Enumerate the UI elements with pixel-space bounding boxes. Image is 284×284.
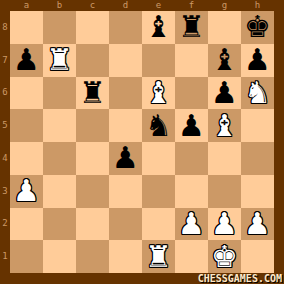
square-c4[interactable] [76, 142, 109, 175]
square-d8[interactable] [109, 11, 142, 44]
square-c2[interactable] [76, 208, 109, 241]
square-c8[interactable] [76, 11, 109, 44]
square-g4[interactable] [208, 142, 241, 175]
square-g1[interactable]: ♚ [208, 240, 241, 273]
square-h6[interactable]: ♞ [241, 77, 274, 110]
square-e2[interactable] [142, 208, 175, 241]
square-c3[interactable] [76, 175, 109, 208]
black-pawn: ♟ [112, 143, 139, 173]
square-d4[interactable]: ♟ [109, 142, 142, 175]
rank-label-5: 5 [0, 109, 10, 142]
square-b1[interactable] [43, 240, 76, 273]
square-f7[interactable] [175, 44, 208, 77]
file-labels: abcdefgh [10, 0, 274, 11]
square-a4[interactable] [10, 142, 43, 175]
square-f6[interactable] [175, 77, 208, 110]
square-b6[interactable] [43, 77, 76, 110]
square-a6[interactable] [10, 77, 43, 110]
square-a2[interactable] [10, 208, 43, 241]
square-c6[interactable]: ♜ [76, 77, 109, 110]
square-f4[interactable] [175, 142, 208, 175]
square-b3[interactable] [43, 175, 76, 208]
square-h7[interactable]: ♟ [241, 44, 274, 77]
file-label-d: d [109, 0, 142, 11]
square-a5[interactable] [10, 109, 43, 142]
square-a8[interactable] [10, 11, 43, 44]
square-d6[interactable] [109, 77, 142, 110]
square-h4[interactable] [241, 142, 274, 175]
square-d7[interactable] [109, 44, 142, 77]
square-f8[interactable]: ♜ [175, 11, 208, 44]
file-label-a: a [10, 0, 43, 11]
square-b4[interactable] [43, 142, 76, 175]
square-g8[interactable] [208, 11, 241, 44]
chess-diagram: abcdefgh 87654321 ♝♜♚♟♜♝♟♜♝♟♞♞♟♝♟♟♟♟♟♜♚ … [0, 0, 284, 284]
rank-label-8: 8 [0, 11, 10, 44]
square-f3[interactable] [175, 175, 208, 208]
square-d5[interactable] [109, 109, 142, 142]
white-rook: ♜ [145, 242, 172, 272]
black-rook: ♜ [79, 78, 106, 108]
square-e8[interactable]: ♝ [142, 11, 175, 44]
square-g5[interactable]: ♝ [208, 109, 241, 142]
square-h8[interactable]: ♚ [241, 11, 274, 44]
square-g2[interactable]: ♟ [208, 208, 241, 241]
black-rook: ♜ [178, 12, 205, 42]
black-knight: ♞ [145, 111, 172, 141]
square-h2[interactable]: ♟ [241, 208, 274, 241]
rank-label-1: 1 [0, 240, 10, 273]
square-c7[interactable] [76, 44, 109, 77]
square-c5[interactable] [76, 109, 109, 142]
white-pawn: ♟ [178, 209, 205, 239]
square-e4[interactable] [142, 142, 175, 175]
file-label-c: c [76, 0, 109, 11]
site-watermark: CHESSGAMES.COM [198, 273, 282, 284]
white-king: ♚ [211, 242, 238, 272]
square-d3[interactable] [109, 175, 142, 208]
black-pawn: ♟ [178, 111, 205, 141]
black-pawn: ♟ [211, 78, 238, 108]
square-a1[interactable] [10, 240, 43, 273]
rank-label-2: 2 [0, 208, 10, 241]
square-b5[interactable] [43, 109, 76, 142]
rank-label-6: 6 [0, 77, 10, 110]
rank-labels: 87654321 [0, 11, 10, 273]
rank-label-7: 7 [0, 44, 10, 77]
square-f2[interactable]: ♟ [175, 208, 208, 241]
white-bishop: ♝ [211, 111, 238, 141]
file-label-g: g [208, 0, 241, 11]
square-e6[interactable]: ♝ [142, 77, 175, 110]
square-f1[interactable] [175, 240, 208, 273]
black-pawn: ♟ [244, 45, 271, 75]
black-bishop: ♝ [145, 12, 172, 42]
square-d2[interactable] [109, 208, 142, 241]
square-a3[interactable]: ♟ [10, 175, 43, 208]
black-king: ♚ [244, 12, 271, 42]
black-bishop: ♝ [211, 45, 238, 75]
square-b2[interactable] [43, 208, 76, 241]
white-pawn: ♟ [211, 209, 238, 239]
square-e3[interactable] [142, 175, 175, 208]
white-knight: ♞ [244, 78, 271, 108]
square-b8[interactable] [43, 11, 76, 44]
square-f5[interactable]: ♟ [175, 109, 208, 142]
chess-board: ♝♜♚♟♜♝♟♜♝♟♞♞♟♝♟♟♟♟♟♜♚ [10, 11, 274, 273]
square-h1[interactable] [241, 240, 274, 273]
white-pawn: ♟ [13, 176, 40, 206]
square-h3[interactable] [241, 175, 274, 208]
square-b7[interactable]: ♜ [43, 44, 76, 77]
white-bishop: ♝ [145, 78, 172, 108]
black-pawn: ♟ [13, 45, 40, 75]
square-h5[interactable] [241, 109, 274, 142]
square-e1[interactable]: ♜ [142, 240, 175, 273]
file-label-b: b [43, 0, 76, 11]
square-d1[interactable] [109, 240, 142, 273]
square-g7[interactable]: ♝ [208, 44, 241, 77]
white-pawn: ♟ [244, 209, 271, 239]
white-rook: ♜ [46, 45, 73, 75]
square-e5[interactable]: ♞ [142, 109, 175, 142]
rank-label-4: 4 [0, 142, 10, 175]
square-c1[interactable] [76, 240, 109, 273]
rank-label-3: 3 [0, 175, 10, 208]
square-g6[interactable]: ♟ [208, 77, 241, 110]
square-e7[interactable] [142, 44, 175, 77]
square-a7[interactable]: ♟ [10, 44, 43, 77]
square-g3[interactable] [208, 175, 241, 208]
